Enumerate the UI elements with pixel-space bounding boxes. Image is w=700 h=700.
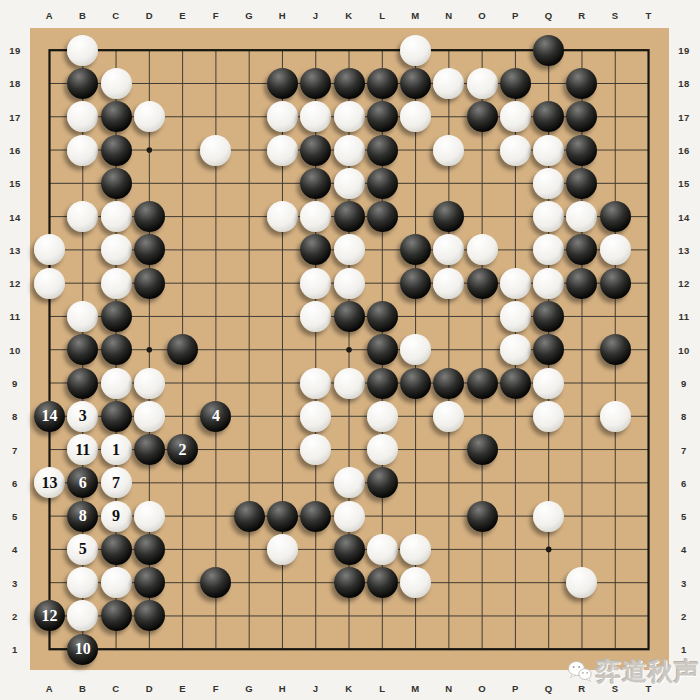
stone-C7-move-1: 1 (101, 434, 132, 465)
stone-C11 (101, 301, 132, 332)
stone-C18 (101, 68, 132, 99)
coord-label-right-14: 14 (678, 211, 690, 222)
stone-K18 (334, 68, 365, 99)
stone-L6 (367, 467, 398, 498)
stone-P9 (500, 368, 531, 399)
stone-L3 (367, 567, 398, 598)
stone-K16 (334, 135, 365, 166)
stone-D17 (134, 101, 165, 132)
stone-J16 (300, 135, 331, 166)
stone-R12 (566, 268, 597, 299)
stone-D4 (134, 534, 165, 565)
coord-label-left-19: 19 (9, 45, 21, 56)
stone-B1-move-10: 10 (67, 634, 98, 665)
stone-D3 (134, 567, 165, 598)
stone-M4 (400, 534, 431, 565)
stone-C10 (101, 334, 132, 365)
coord-label-bottom-P: P (512, 683, 519, 694)
coord-label-left-9: 9 (12, 378, 18, 389)
stone-D5 (134, 501, 165, 532)
coord-label-right-15: 15 (678, 178, 690, 189)
stone-D9 (134, 368, 165, 399)
coord-label-bottom-A: A (46, 683, 53, 694)
wechat-icon (566, 651, 593, 691)
coord-label-bottom-C: C (112, 683, 119, 694)
stone-A8-move-14: 14 (34, 401, 65, 432)
coord-label-top-R: R (578, 10, 585, 21)
coord-label-top-H: H (279, 10, 286, 21)
coord-label-left-3: 3 (12, 577, 18, 588)
stone-O17 (467, 101, 498, 132)
coord-label-right-19: 19 (678, 45, 690, 56)
coord-label-top-Q: Q (545, 10, 553, 21)
coord-label-top-T: T (645, 10, 651, 21)
stone-J9 (300, 368, 331, 399)
stone-H16 (267, 135, 298, 166)
stone-J8 (300, 401, 331, 432)
stone-O5 (467, 501, 498, 532)
stone-H18 (267, 68, 298, 99)
stone-B5-move-8: 8 (67, 501, 98, 532)
stone-F16 (200, 135, 231, 166)
coord-label-left-6: 6 (12, 477, 18, 488)
coord-label-top-A: A (46, 10, 53, 21)
stone-C6-move-7: 7 (101, 467, 132, 498)
stone-C13 (101, 234, 132, 265)
coord-label-top-D: D (146, 10, 153, 21)
stone-N8 (433, 401, 464, 432)
stone-M12 (400, 268, 431, 299)
stone-S8 (600, 401, 631, 432)
stone-H14 (267, 201, 298, 232)
coord-label-left-12: 12 (9, 278, 21, 289)
stone-L9 (367, 368, 398, 399)
coord-label-top-J: J (313, 10, 319, 21)
stone-C8 (101, 401, 132, 432)
coord-label-right-18: 18 (678, 78, 690, 89)
coord-label-left-17: 17 (9, 111, 21, 122)
stone-H17 (267, 101, 298, 132)
stone-B19 (67, 35, 98, 66)
stone-N12 (433, 268, 464, 299)
coord-label-top-L: L (379, 10, 385, 21)
stone-Q5 (533, 501, 564, 532)
coord-label-bottom-M: M (411, 683, 419, 694)
stone-Q15 (533, 168, 564, 199)
stone-B8-move-3: 3 (67, 401, 98, 432)
watermark: 弈道秋声 (566, 645, 700, 697)
stone-C14 (101, 201, 132, 232)
stone-C4 (101, 534, 132, 565)
coord-label-left-13: 13 (9, 244, 21, 255)
stone-Q11 (533, 301, 564, 332)
stone-O9 (467, 368, 498, 399)
stone-P11 (500, 301, 531, 332)
coord-label-bottom-B: B (79, 683, 86, 694)
stone-Q19 (533, 35, 564, 66)
coord-label-left-8: 8 (12, 411, 18, 422)
stone-J11 (300, 301, 331, 332)
stone-D12 (134, 268, 165, 299)
coord-label-top-O: O (478, 10, 486, 21)
stone-L4 (367, 534, 398, 565)
stone-L18 (367, 68, 398, 99)
stone-P17 (500, 101, 531, 132)
coord-label-right-17: 17 (678, 111, 690, 122)
stone-L15 (367, 168, 398, 199)
stone-K6 (334, 467, 365, 498)
stone-K5 (334, 501, 365, 532)
stone-J18 (300, 68, 331, 99)
stone-K14 (334, 201, 365, 232)
coord-label-right-5: 5 (681, 511, 687, 522)
coord-label-top-C: C (112, 10, 119, 21)
stone-G5 (234, 501, 265, 532)
stone-N16 (433, 135, 464, 166)
coord-label-top-M: M (411, 10, 419, 21)
stone-K17 (334, 101, 365, 132)
stone-O7 (467, 434, 498, 465)
stone-L16 (367, 135, 398, 166)
stone-S14 (600, 201, 631, 232)
coord-label-top-B: B (79, 10, 86, 21)
stone-L14 (367, 201, 398, 232)
coord-label-left-4: 4 (12, 544, 18, 555)
stone-L7 (367, 434, 398, 465)
stone-J12 (300, 268, 331, 299)
coord-label-bottom-H: H (279, 683, 286, 694)
stone-H5 (267, 501, 298, 532)
stone-S12 (600, 268, 631, 299)
stone-Q16 (533, 135, 564, 166)
stone-K11 (334, 301, 365, 332)
coord-label-top-F: F (213, 10, 219, 21)
stone-C3 (101, 567, 132, 598)
stone-P18 (500, 68, 531, 99)
stone-D8 (134, 401, 165, 432)
stone-C17 (101, 101, 132, 132)
stone-Q8 (533, 401, 564, 432)
stone-C5-move-9: 9 (101, 501, 132, 532)
coord-label-right-8: 8 (681, 411, 687, 422)
coord-label-left-15: 15 (9, 178, 21, 189)
stone-S10 (600, 334, 631, 365)
go-diagram-page: { "game": "Go (weiqi), 19x19 board — num… (0, 0, 700, 700)
stone-P12 (500, 268, 531, 299)
coord-label-right-7: 7 (681, 444, 687, 455)
stone-C2 (101, 600, 132, 631)
coord-label-right-13: 13 (678, 244, 690, 255)
stone-R16 (566, 135, 597, 166)
stone-L17 (367, 101, 398, 132)
coord-label-right-10: 10 (678, 344, 690, 355)
stone-O13 (467, 234, 498, 265)
stone-M9 (400, 368, 431, 399)
stone-B4-move-5: 5 (67, 534, 98, 565)
stone-D14 (134, 201, 165, 232)
stone-E7-move-2: 2 (167, 434, 198, 465)
coord-label-right-3: 3 (681, 577, 687, 588)
stone-C12 (101, 268, 132, 299)
stone-Q12 (533, 268, 564, 299)
coord-label-bottom-G: G (245, 683, 253, 694)
coord-label-right-2: 2 (681, 610, 687, 621)
coord-label-left-11: 11 (9, 311, 20, 322)
coord-label-left-7: 7 (12, 444, 18, 455)
stone-J5 (300, 501, 331, 532)
coord-label-right-12: 12 (678, 278, 690, 289)
coord-label-bottom-Q: Q (545, 683, 553, 694)
stone-P16 (500, 135, 531, 166)
coord-label-left-18: 18 (9, 78, 21, 89)
coord-label-top-S: S (612, 10, 619, 21)
stone-P10 (500, 334, 531, 365)
stone-K15 (334, 168, 365, 199)
coord-label-left-16: 16 (9, 145, 21, 156)
coord-label-top-E: E (179, 10, 186, 21)
stone-B11 (67, 301, 98, 332)
stone-J15 (300, 168, 331, 199)
coord-label-left-1: 1 (12, 644, 18, 655)
stone-B16 (67, 135, 98, 166)
coord-label-left-10: 10 (9, 344, 21, 355)
coord-label-left-14: 14 (9, 211, 21, 222)
coord-label-left-5: 5 (12, 511, 18, 522)
coord-label-top-N: N (445, 10, 452, 21)
stone-D13 (134, 234, 165, 265)
coord-label-top-K: K (345, 10, 352, 21)
stone-L10 (367, 334, 398, 365)
coord-label-bottom-D: D (146, 683, 153, 694)
coord-label-bottom-L: L (379, 683, 385, 694)
stone-S13 (600, 234, 631, 265)
stone-C16 (101, 135, 132, 166)
stone-O12 (467, 268, 498, 299)
coord-label-right-4: 4 (681, 544, 687, 555)
coord-label-top-P: P (512, 10, 519, 21)
stone-K9 (334, 368, 365, 399)
stone-H4 (267, 534, 298, 565)
coord-label-top-G: G (245, 10, 253, 21)
watermark-text: 弈道秋声 (596, 655, 700, 688)
coord-label-bottom-O: O (478, 683, 486, 694)
stone-Q9 (533, 368, 564, 399)
coord-label-right-9: 9 (681, 378, 687, 389)
coord-label-right-16: 16 (678, 145, 690, 156)
stone-C9 (101, 368, 132, 399)
stone-D7 (134, 434, 165, 465)
stone-O18 (467, 68, 498, 99)
stone-A12 (34, 268, 65, 299)
stone-B9 (67, 368, 98, 399)
coord-label-left-2: 2 (12, 610, 18, 621)
coord-label-right-6: 6 (681, 477, 687, 488)
stone-K3 (334, 567, 365, 598)
stone-M19 (400, 35, 431, 66)
coord-label-bottom-E: E (179, 683, 186, 694)
coord-label-bottom-J: J (313, 683, 319, 694)
stone-K13 (334, 234, 365, 265)
stone-M18 (400, 68, 431, 99)
stone-L11 (367, 301, 398, 332)
coord-label-right-11: 11 (678, 311, 689, 322)
coord-label-bottom-K: K (345, 683, 352, 694)
stone-C15 (101, 168, 132, 199)
stone-F8-move-4: 4 (200, 401, 231, 432)
stone-K4 (334, 534, 365, 565)
coord-label-bottom-F: F (213, 683, 219, 694)
stone-N9 (433, 368, 464, 399)
stone-L8 (367, 401, 398, 432)
coord-label-bottom-N: N (445, 683, 452, 694)
stone-K12 (334, 268, 365, 299)
